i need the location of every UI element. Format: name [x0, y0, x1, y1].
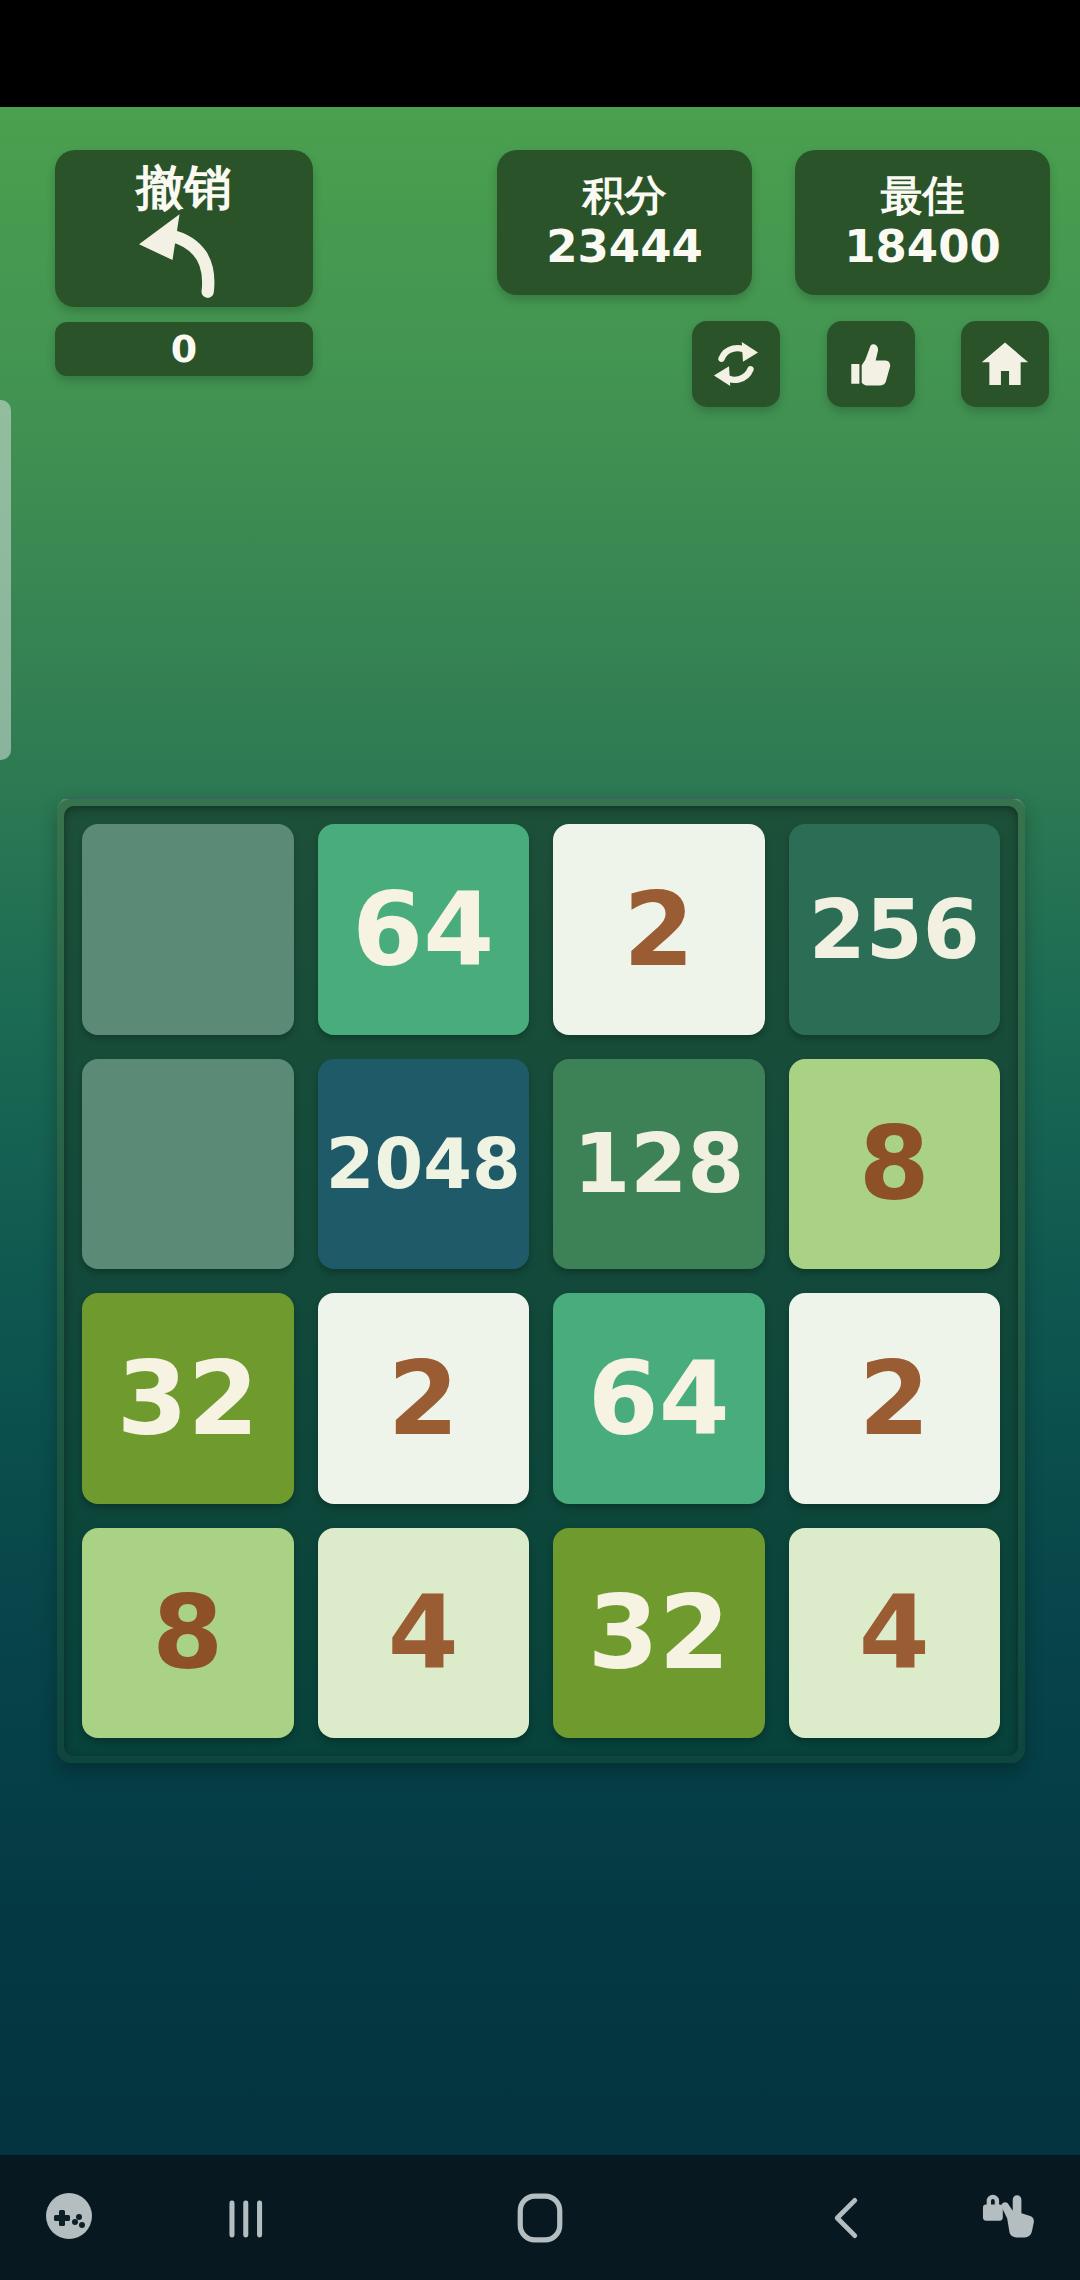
- tile-2: 2: [789, 1293, 1001, 1504]
- phone-screen: 撤销 0 积分 23444 最佳 18400: [0, 0, 1080, 2280]
- best-box: 最佳 18400: [795, 150, 1050, 295]
- recents-icon: [223, 2194, 269, 2244]
- tile-2048: 2048: [318, 1059, 530, 1270]
- tile-64: 64: [318, 824, 530, 1035]
- board-grid: 6422562048128832264284324: [64, 806, 1018, 1756]
- edge-panel-handle[interactable]: [0, 400, 11, 760]
- tile-32: 32: [553, 1528, 765, 1739]
- refresh-button[interactable]: [692, 321, 780, 407]
- tile-8: 8: [789, 1059, 1001, 1270]
- undo-count-badge: 0: [55, 322, 313, 376]
- tile-2: 2: [318, 1293, 530, 1504]
- back-button[interactable]: [824, 2192, 868, 2244]
- home-nav-icon: [509, 2192, 571, 2244]
- empty-cell: [82, 824, 294, 1035]
- score-label: 积分: [583, 172, 667, 220]
- home-nav-button[interactable]: [509, 2192, 571, 2244]
- back-icon: [824, 2192, 868, 2244]
- tile-2: 2: [553, 824, 765, 1035]
- tile-4: 4: [789, 1528, 1001, 1739]
- best-value: 18400: [844, 221, 1001, 273]
- home-button[interactable]: [961, 321, 1049, 407]
- thumbs-up-icon: [842, 335, 900, 393]
- tile-8: 8: [82, 1528, 294, 1739]
- touch-lock-icon: [978, 2186, 1040, 2248]
- undo-label: 撤销: [136, 162, 232, 212]
- score-box: 积分 23444: [497, 150, 752, 295]
- undo-arrow-icon: [132, 207, 220, 299]
- tile-64: 64: [553, 1293, 765, 1504]
- recents-button[interactable]: [223, 2194, 269, 2244]
- tile-32: 32: [82, 1293, 294, 1504]
- score-value: 23444: [546, 221, 703, 273]
- game-tools-button[interactable]: [44, 2191, 94, 2241]
- best-label: 最佳: [881, 172, 965, 220]
- undo-count-value: 0: [171, 327, 197, 371]
- like-button[interactable]: [827, 321, 915, 407]
- empty-cell: [82, 1059, 294, 1270]
- board[interactable]: 6422562048128832264284324: [57, 797, 1025, 1763]
- tile-4: 4: [318, 1528, 530, 1739]
- undo-button[interactable]: 撤销: [55, 150, 313, 307]
- home-icon: [976, 335, 1034, 393]
- status-bar: [0, 0, 1080, 107]
- tile-256: 256: [789, 824, 1001, 1035]
- refresh-icon: [707, 335, 765, 393]
- tile-128: 128: [553, 1059, 765, 1270]
- touch-lock-button[interactable]: [978, 2186, 1040, 2248]
- game-tools-icon: [44, 2191, 94, 2241]
